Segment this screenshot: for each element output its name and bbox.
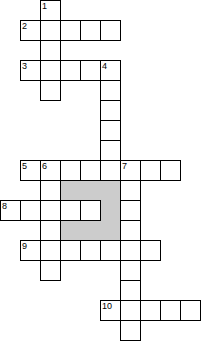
answer-cell[interactable]: 10 — [100, 300, 121, 321]
answer-cell[interactable] — [100, 100, 121, 121]
answer-cell[interactable] — [20, 200, 41, 221]
answer-cell[interactable] — [40, 240, 61, 261]
clue-number: 4 — [102, 61, 107, 71]
shaded-cell — [100, 200, 121, 221]
answer-cell[interactable] — [80, 200, 101, 221]
shaded-cell — [100, 180, 121, 201]
answer-cell[interactable] — [100, 120, 121, 141]
answer-cell[interactable] — [60, 20, 81, 41]
clue-number: 9 — [22, 241, 27, 251]
shaded-cell — [60, 180, 81, 201]
answer-cell[interactable] — [120, 220, 141, 241]
answer-cell[interactable]: 3 — [20, 60, 41, 81]
answer-cell[interactable] — [40, 180, 61, 201]
answer-cell[interactable] — [80, 20, 101, 41]
clue-number: 5 — [22, 161, 27, 171]
answer-cell[interactable] — [160, 300, 181, 321]
shaded-cell — [80, 220, 101, 241]
answer-cell[interactable] — [120, 180, 141, 201]
answer-cell[interactable]: 4 — [100, 60, 121, 81]
answer-cell[interactable]: 5 — [20, 160, 41, 181]
answer-cell[interactable] — [100, 20, 121, 41]
answer-cell[interactable] — [60, 240, 81, 261]
clue-number: 6 — [42, 161, 47, 171]
answer-cell[interactable] — [60, 160, 81, 181]
clue-number: 10 — [102, 301, 112, 311]
answer-cell[interactable] — [100, 80, 121, 101]
clue-number: 1 — [42, 1, 47, 11]
answer-cell[interactable] — [40, 60, 61, 81]
answer-cell[interactable] — [40, 220, 61, 241]
answer-cell[interactable]: 6 — [40, 160, 61, 181]
shaded-cell — [80, 180, 101, 201]
answer-cell[interactable] — [60, 200, 81, 221]
answer-cell[interactable] — [120, 260, 141, 281]
answer-cell[interactable] — [100, 160, 121, 181]
answer-cell[interactable]: 2 — [20, 20, 41, 41]
shaded-cell — [100, 220, 121, 241]
crossword-board: 12345678910 — [0, 0, 201, 341]
answer-cell[interactable] — [120, 300, 141, 321]
clue-number: 7 — [122, 161, 127, 171]
answer-cell[interactable] — [40, 20, 61, 41]
answer-cell[interactable] — [40, 40, 61, 61]
answer-cell[interactable] — [40, 260, 61, 281]
answer-cell[interactable] — [100, 240, 121, 261]
answer-cell[interactable] — [120, 320, 141, 341]
answer-cell[interactable] — [140, 240, 161, 261]
answer-cell[interactable]: 8 — [0, 200, 21, 221]
clue-number: 8 — [2, 201, 7, 211]
answer-cell[interactable]: 9 — [20, 240, 41, 261]
answer-cell[interactable] — [140, 160, 161, 181]
answer-cell[interactable] — [180, 300, 201, 321]
answer-cell[interactable] — [80, 240, 101, 261]
answer-cell[interactable] — [120, 240, 141, 261]
answer-cell[interactable] — [40, 80, 61, 101]
clue-number: 2 — [22, 21, 27, 31]
shaded-cell — [60, 220, 81, 241]
answer-cell[interactable]: 1 — [40, 0, 61, 21]
answer-cell[interactable] — [40, 200, 61, 221]
clue-number: 3 — [22, 61, 27, 71]
answer-cell[interactable] — [120, 280, 141, 301]
answer-cell[interactable] — [60, 60, 81, 81]
answer-cell[interactable] — [80, 160, 101, 181]
answer-cell[interactable] — [120, 200, 141, 221]
answer-cell[interactable] — [160, 160, 181, 181]
answer-cell[interactable] — [100, 140, 121, 161]
answer-cell[interactable]: 7 — [120, 160, 141, 181]
answer-cell[interactable] — [140, 300, 161, 321]
answer-cell[interactable] — [80, 60, 101, 81]
